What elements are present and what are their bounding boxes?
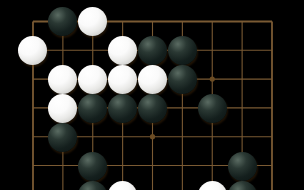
- black-stone[interactable]: ●: [168, 65, 197, 94]
- black-stone[interactable]: ●: [228, 181, 257, 190]
- white-stone[interactable]: ○: [108, 36, 137, 65]
- white-stone[interactable]: ○: [48, 94, 77, 123]
- white-stone[interactable]: ○: [198, 181, 227, 190]
- white-stone[interactable]: ○: [78, 65, 107, 94]
- white-stone[interactable]: ○: [108, 65, 137, 94]
- letterbox-bar-left: [0, 0, 10, 190]
- white-stone[interactable]: ○: [78, 7, 107, 36]
- black-stone[interactable]: ●: [78, 152, 107, 181]
- white-stone[interactable]: ○: [18, 36, 47, 65]
- letterbox-bar-right: [293, 0, 304, 190]
- video-frame: ●○○○●●○○○○●○●●●●●●●●○○●: [0, 0, 304, 190]
- black-stone[interactable]: ●: [78, 181, 107, 190]
- black-stone[interactable]: ●: [168, 36, 197, 65]
- black-stone[interactable]: ●: [138, 36, 167, 65]
- black-stone[interactable]: ●: [198, 94, 227, 123]
- black-stone[interactable]: ●: [138, 94, 167, 123]
- white-stone[interactable]: ○: [48, 65, 77, 94]
- black-stone[interactable]: ●: [108, 94, 137, 123]
- black-stone[interactable]: ●: [78, 94, 107, 123]
- go-board[interactable]: ●○○○●●○○○○●○●●●●●●●●○○●: [18, 7, 287, 190]
- white-stone[interactable]: ○: [108, 181, 137, 190]
- black-stone[interactable]: ●: [48, 7, 77, 36]
- white-stone[interactable]: ○: [138, 65, 167, 94]
- black-stone[interactable]: ●: [228, 152, 257, 181]
- black-stone[interactable]: ●: [48, 123, 77, 152]
